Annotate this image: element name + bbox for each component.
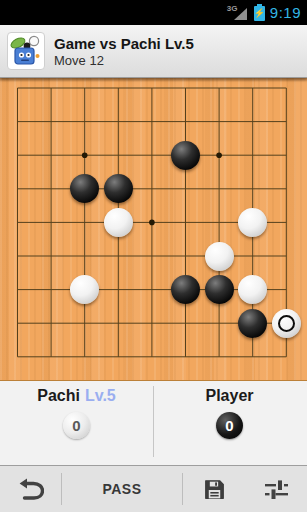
white-stone bbox=[272, 309, 301, 338]
score-divider bbox=[153, 386, 154, 457]
tune-button[interactable] bbox=[245, 466, 307, 512]
player-captures-count: 0 bbox=[225, 417, 233, 434]
save-button[interactable] bbox=[183, 466, 245, 512]
status-clock: 9:19 bbox=[270, 4, 301, 21]
status-bar: 3G ⚡ 9:19 bbox=[0, 0, 307, 25]
signal-triangle-icon bbox=[234, 8, 247, 20]
app-icon bbox=[7, 32, 45, 70]
pachi-captures-count: 0 bbox=[72, 417, 80, 434]
black-stone bbox=[171, 141, 200, 170]
player-block-human: Player 0 bbox=[153, 381, 306, 465]
go-board[interactable] bbox=[0, 78, 307, 381]
pachi-name-label: Pachi bbox=[37, 387, 80, 405]
black-stone bbox=[205, 275, 234, 304]
black-stone bbox=[238, 309, 267, 338]
score-panel: Pachi Lv.5 0 Player 0 bbox=[0, 381, 307, 465]
white-stone bbox=[238, 275, 267, 304]
last-move-marker bbox=[278, 315, 295, 332]
black-stone bbox=[104, 174, 133, 203]
tune-icon bbox=[263, 476, 290, 503]
lightning-bolt-icon: ⚡ bbox=[254, 9, 265, 18]
action-bar: Game vs Pachi Lv.5 Move 12 bbox=[0, 25, 307, 78]
white-stone bbox=[70, 275, 99, 304]
pachi-level-label: Lv.5 bbox=[85, 387, 116, 405]
save-icon bbox=[202, 477, 227, 502]
undo-icon bbox=[17, 476, 44, 503]
pachi-captures-badge: 0 bbox=[63, 412, 90, 439]
battery-charging-icon: ⚡ bbox=[254, 4, 265, 21]
black-stone bbox=[171, 275, 200, 304]
page-title: Game vs Pachi Lv.5 bbox=[54, 34, 194, 53]
bottom-toolbar: PASS bbox=[0, 465, 307, 512]
move-counter: Move 12 bbox=[54, 53, 194, 69]
app-screen: 3G ⚡ 9:19 Game vs Pachi Lv.5 Move 12 bbox=[0, 0, 307, 512]
black-stone bbox=[70, 174, 99, 203]
white-stone bbox=[205, 242, 234, 271]
player-name-label: Player bbox=[205, 387, 253, 405]
pass-button[interactable]: PASS bbox=[62, 466, 182, 512]
white-stone bbox=[238, 208, 267, 237]
undo-button[interactable] bbox=[0, 466, 61, 512]
network-signal-icon: 3G bbox=[227, 5, 247, 21]
player-block-pachi: Pachi Lv.5 0 bbox=[0, 381, 153, 465]
player-captures-badge: 0 bbox=[216, 412, 243, 439]
stones-layer bbox=[0, 78, 307, 380]
white-stone bbox=[104, 208, 133, 237]
